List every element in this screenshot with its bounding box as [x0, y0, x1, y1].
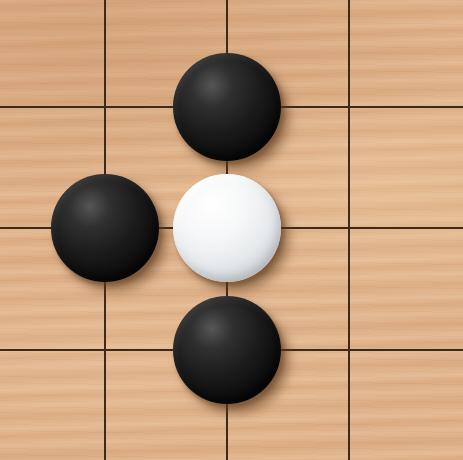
- go-stone-black: [173, 53, 281, 161]
- go-stone-black: [51, 174, 159, 282]
- go-stone-black: [173, 296, 281, 404]
- grid-line-vertical: [348, 0, 350, 460]
- go-stone-white: [173, 174, 281, 282]
- go-board[interactable]: [0, 0, 463, 460]
